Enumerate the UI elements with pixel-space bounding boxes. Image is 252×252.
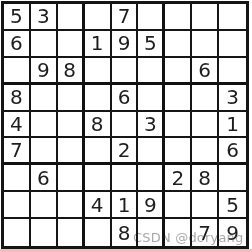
sudoku-cell-r2c3[interactable] [58, 31, 85, 58]
sudoku-cell-r7c7[interactable]: 2 [165, 165, 192, 192]
sudoku-cell-r5c6[interactable]: 3 [138, 112, 165, 139]
sudoku-cell-r5c7[interactable] [165, 112, 192, 139]
sudoku-board: 537619598686348317266284195879 [1, 1, 249, 249]
sudoku-cell-r3c5[interactable] [112, 58, 139, 85]
sudoku-image: 537619598686348317266284195879 CSDN @dor… [0, 0, 252, 252]
sudoku-cell-r7c1[interactable] [4, 165, 31, 192]
sudoku-cell-r2c5[interactable]: 9 [112, 31, 139, 58]
sudoku-cell-r5c4[interactable]: 8 [85, 112, 112, 139]
sudoku-cell-r4c6[interactable] [138, 85, 165, 112]
sudoku-cell-r7c5[interactable] [112, 165, 139, 192]
sudoku-cell-r9c7[interactable] [165, 219, 192, 246]
sudoku-cell-r4c5[interactable]: 6 [112, 85, 139, 112]
sudoku-cell-r9c3[interactable] [58, 219, 85, 246]
sudoku-cell-r9c9[interactable]: 9 [219, 219, 246, 246]
sudoku-cell-r2c8[interactable] [192, 31, 219, 58]
sudoku-cell-r8c2[interactable] [31, 192, 58, 219]
sudoku-cell-r7c2[interactable]: 6 [31, 165, 58, 192]
sudoku-cell-r7c6[interactable] [138, 165, 165, 192]
sudoku-cell-r8c9[interactable]: 5 [219, 192, 246, 219]
sudoku-cell-r3c4[interactable] [85, 58, 112, 85]
sudoku-cell-r1c3[interactable] [58, 4, 85, 31]
sudoku-cell-r2c6[interactable]: 5 [138, 31, 165, 58]
sudoku-cell-r6c9[interactable]: 6 [219, 138, 246, 165]
sudoku-cell-r4c4[interactable] [85, 85, 112, 112]
sudoku-cell-r1c9[interactable] [219, 4, 246, 31]
sudoku-cell-r1c2[interactable]: 3 [31, 4, 58, 31]
sudoku-cell-r4c3[interactable] [58, 85, 85, 112]
sudoku-cell-r1c6[interactable] [138, 4, 165, 31]
sudoku-cell-r9c5[interactable]: 8 [112, 219, 139, 246]
sudoku-cell-r5c5[interactable] [112, 112, 139, 139]
sudoku-cell-r6c4[interactable] [85, 138, 112, 165]
sudoku-cell-r4c8[interactable] [192, 85, 219, 112]
sudoku-cell-r1c8[interactable] [192, 4, 219, 31]
sudoku-cell-r1c5[interactable]: 7 [112, 4, 139, 31]
sudoku-cell-r6c2[interactable] [31, 138, 58, 165]
sudoku-cell-r9c1[interactable] [4, 219, 31, 246]
sudoku-cell-r4c1[interactable]: 8 [4, 85, 31, 112]
sudoku-cell-r4c9[interactable]: 3 [219, 85, 246, 112]
sudoku-cell-r4c2[interactable] [31, 85, 58, 112]
sudoku-cell-r6c7[interactable] [165, 138, 192, 165]
sudoku-cell-r9c2[interactable] [31, 219, 58, 246]
sudoku-cell-r1c1[interactable]: 5 [4, 4, 31, 31]
sudoku-cell-r8c5[interactable]: 1 [112, 192, 139, 219]
sudoku-cell-r3c8[interactable]: 6 [192, 58, 219, 85]
sudoku-cell-r7c8[interactable]: 8 [192, 165, 219, 192]
sudoku-cell-r8c6[interactable]: 9 [138, 192, 165, 219]
sudoku-cell-r1c4[interactable] [85, 4, 112, 31]
sudoku-cell-r4c7[interactable] [165, 85, 192, 112]
sudoku-cell-r5c8[interactable] [192, 112, 219, 139]
sudoku-cell-r5c3[interactable] [58, 112, 85, 139]
sudoku-cell-r9c8[interactable]: 7 [192, 219, 219, 246]
sudoku-cell-r2c4[interactable]: 1 [85, 31, 112, 58]
sudoku-cell-r5c1[interactable]: 4 [4, 112, 31, 139]
sudoku-cell-r2c2[interactable] [31, 31, 58, 58]
sudoku-cell-r9c4[interactable] [85, 219, 112, 246]
sudoku-cell-r3c3[interactable]: 8 [58, 58, 85, 85]
sudoku-cell-r8c7[interactable] [165, 192, 192, 219]
sudoku-cell-r6c8[interactable] [192, 138, 219, 165]
sudoku-cell-r9c6[interactable] [138, 219, 165, 246]
sudoku-cell-r3c6[interactable] [138, 58, 165, 85]
sudoku-cell-r5c2[interactable] [31, 112, 58, 139]
sudoku-cell-r2c9[interactable] [219, 31, 246, 58]
sudoku-cell-r5c9[interactable]: 1 [219, 112, 246, 139]
sudoku-cell-r6c1[interactable]: 7 [4, 138, 31, 165]
sudoku-cell-r1c7[interactable] [165, 4, 192, 31]
sudoku-cell-r3c1[interactable] [4, 58, 31, 85]
sudoku-cell-r6c6[interactable] [138, 138, 165, 165]
sudoku-cell-r8c8[interactable] [192, 192, 219, 219]
sudoku-cell-r7c3[interactable] [58, 165, 85, 192]
sudoku-cell-r8c4[interactable]: 4 [85, 192, 112, 219]
sudoku-cell-r7c4[interactable] [85, 165, 112, 192]
sudoku-cell-r3c2[interactable]: 9 [31, 58, 58, 85]
sudoku-cell-r3c7[interactable] [165, 58, 192, 85]
sudoku-cell-r8c3[interactable] [58, 192, 85, 219]
sudoku-cell-r7c9[interactable] [219, 165, 246, 192]
sudoku-cell-r8c1[interactable] [4, 192, 31, 219]
sudoku-cell-r2c7[interactable] [165, 31, 192, 58]
sudoku-cell-r6c5[interactable]: 2 [112, 138, 139, 165]
sudoku-cell-r2c1[interactable]: 6 [4, 31, 31, 58]
sudoku-cell-r3c9[interactable] [219, 58, 246, 85]
sudoku-cell-r6c3[interactable] [58, 138, 85, 165]
